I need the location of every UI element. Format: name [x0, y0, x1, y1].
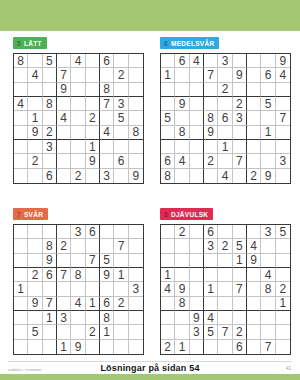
sudoku-cell	[14, 254, 28, 268]
sudoku-cell: 6	[204, 225, 218, 239]
sudoku-cell	[14, 83, 28, 97]
sudoku-cell	[276, 169, 290, 183]
sudoku-cell: 8	[161, 169, 175, 183]
magazine-page: 5 LÄTT 854647298487314259248312966239 6 …	[0, 0, 300, 380]
sudoku-cell: 6	[43, 268, 57, 282]
sudoku-cell	[114, 140, 128, 154]
sudoku-cell	[218, 68, 232, 82]
sudoku-cell	[86, 54, 100, 68]
sudoku-cell	[247, 83, 261, 97]
sudoku-cell: 4	[218, 169, 232, 183]
sudoku-cell	[175, 268, 189, 282]
sudoku-cell	[218, 282, 232, 296]
sudoku-cell: 9	[276, 54, 290, 68]
sudoku-cell: 2	[86, 111, 100, 125]
sudoku-cell	[247, 154, 261, 168]
sudoku-cell	[114, 54, 128, 68]
sudoku-cell	[28, 97, 42, 111]
sudoku-cell	[190, 154, 204, 168]
sudoku-cell	[161, 225, 175, 239]
sudoku-cell	[114, 169, 128, 183]
sudoku-cell: 3	[114, 97, 128, 111]
sudoku-cell: 5	[161, 111, 175, 125]
sudoku-cell: 4	[190, 54, 204, 68]
sudoku-cell	[71, 68, 85, 82]
sudoku-cell	[71, 325, 85, 339]
sudoku-cell	[71, 140, 85, 154]
sudoku-cell	[57, 325, 71, 339]
sudoku-cell	[14, 126, 28, 140]
sudoku-cell	[57, 282, 71, 296]
sudoku-cell	[276, 97, 290, 111]
sudoku-cell	[204, 297, 218, 311]
sudoku-cell	[261, 297, 275, 311]
sudoku-cell	[71, 97, 85, 111]
puzzle-latt: 5 LÄTT 854647298487314259248312966239	[13, 37, 144, 184]
sudoku-cell: 8	[175, 297, 189, 311]
sudoku-cell: 8	[100, 311, 114, 325]
sudoku-cell	[57, 225, 71, 239]
sudoku-cell	[114, 325, 128, 339]
sudoku-cell: 3	[261, 225, 275, 239]
sudoku-cell	[175, 169, 189, 183]
sudoku-cell: 2	[71, 169, 85, 183]
sudoku-cell: 2	[218, 83, 232, 97]
sudoku-cell	[247, 140, 261, 154]
sudoku-cell: 1	[28, 111, 42, 125]
sudoku-cell: 7	[261, 340, 275, 354]
sudoku-cell	[86, 169, 100, 183]
sudoku-cell: 9	[57, 83, 71, 97]
sudoku-cell	[71, 83, 85, 97]
badge-label: SVÅR	[24, 211, 43, 218]
sudoku-cell	[71, 126, 85, 140]
sudoku-cell: 5	[28, 325, 42, 339]
sudoku-cell	[100, 225, 114, 239]
sudoku-cell	[204, 169, 218, 183]
sudoku-cell	[100, 282, 114, 296]
sudoku-cell: 9	[175, 282, 189, 296]
sudoku-cell: 8	[14, 54, 28, 68]
sudoku-cell	[57, 54, 71, 68]
sudoku-cell: 4	[71, 297, 85, 311]
sudoku-cell	[129, 311, 143, 325]
sudoku-cell	[218, 340, 232, 354]
sudoku-cell	[114, 254, 128, 268]
sudoku-cell	[86, 268, 100, 282]
sudoku-cell: 9	[43, 254, 57, 268]
sudoku-cell	[71, 111, 85, 125]
sudoku-cell: 1	[43, 311, 57, 325]
sudoku-cell	[114, 282, 128, 296]
sudoku-cell	[247, 268, 261, 282]
sudoku-cell: 5	[276, 225, 290, 239]
sudoku-cell	[175, 239, 189, 253]
sudoku-cell: 7	[114, 239, 128, 253]
sudoku-cell: 4	[57, 111, 71, 125]
sudoku-cell: 9	[175, 97, 189, 111]
sudoku-cell	[261, 325, 275, 339]
sudoku-cell	[175, 83, 189, 97]
sudoku-cell: 1	[86, 297, 100, 311]
sudoku-cell	[190, 254, 204, 268]
sudoku-cell	[28, 54, 42, 68]
sudoku-cell: 2	[175, 225, 189, 239]
sudoku-cell: 2	[233, 325, 247, 339]
badge-label: DJÄVULSK	[171, 211, 208, 218]
sudoku-cell	[261, 54, 275, 68]
sudoku-cell: 5	[100, 254, 114, 268]
sudoku-cell: 3	[190, 325, 204, 339]
sudoku-cell	[28, 254, 42, 268]
sudoku-cell	[233, 83, 247, 97]
sudoku-cell	[28, 83, 42, 97]
sudoku-cell	[129, 68, 143, 82]
sudoku-cell	[161, 311, 175, 325]
sudoku-cell	[14, 169, 28, 183]
sudoku-board-latt: 854647298487314259248312966239	[13, 53, 144, 184]
sudoku-cell	[43, 225, 57, 239]
sudoku-cell: 8	[43, 239, 57, 253]
sudoku-cell: 1	[100, 325, 114, 339]
sudoku-cell: 8	[129, 126, 143, 140]
sudoku-cell	[190, 111, 204, 125]
sudoku-cell	[261, 239, 275, 253]
sudoku-cell	[43, 154, 57, 168]
sudoku-cell: 9	[233, 68, 247, 82]
sudoku-cell	[190, 282, 204, 296]
sudoku-cell: 4	[14, 97, 28, 111]
sudoku-cell	[129, 268, 143, 282]
sudoku-cell: 6	[233, 340, 247, 354]
badge-number: 6	[164, 40, 168, 47]
sudoku-cell	[218, 126, 232, 140]
sudoku-cell: 5	[261, 97, 275, 111]
sudoku-cell: 2	[218, 239, 232, 253]
sudoku-cell	[129, 111, 143, 125]
solutions-note: Lösningar på sidan 54	[0, 363, 300, 373]
difficulty-badge-medelsvar: 6 MEDELSVÅR	[160, 37, 219, 49]
sudoku-cell	[100, 111, 114, 125]
sudoku-cell: 2	[86, 325, 100, 339]
sudoku-cell	[175, 140, 189, 154]
sudoku-cell	[129, 239, 143, 253]
sudoku-cell	[86, 126, 100, 140]
badge-label: LÄTT	[24, 40, 42, 47]
sudoku-cell: 4	[100, 126, 114, 140]
sudoku-cell	[204, 254, 218, 268]
sudoku-cell	[190, 340, 204, 354]
sudoku-cell	[86, 68, 100, 82]
sudoku-cell: 1	[218, 140, 232, 154]
sudoku-cell: 4	[204, 311, 218, 325]
sudoku-cell: 2	[43, 126, 57, 140]
sudoku-cell	[190, 140, 204, 154]
sudoku-cell: 4	[161, 282, 175, 296]
sudoku-cell	[190, 297, 204, 311]
sudoku-cell	[161, 83, 175, 97]
sudoku-cell	[261, 154, 275, 168]
sudoku-cell	[86, 311, 100, 325]
sudoku-cell	[71, 254, 85, 268]
sudoku-cell	[28, 311, 42, 325]
sudoku-cell: 4	[28, 68, 42, 82]
sudoku-cell: 6	[261, 68, 275, 82]
sudoku-cell: 8	[100, 83, 114, 97]
sudoku-cell	[14, 297, 28, 311]
sudoku-cell	[161, 126, 175, 140]
sudoku-cell: 2	[28, 154, 42, 168]
badge-number: 7	[17, 211, 21, 218]
sudoku-cell: 1	[161, 68, 175, 82]
sudoku-cell	[233, 311, 247, 325]
sudoku-cell	[14, 111, 28, 125]
sudoku-cell	[276, 126, 290, 140]
sudoku-cell: 4	[71, 54, 85, 68]
sudoku-cell: 8	[43, 97, 57, 111]
sudoku-cell: 9	[28, 126, 42, 140]
sudoku-cell	[14, 268, 28, 282]
sudoku-cell: 1	[57, 340, 71, 354]
sudoku-cell	[218, 297, 232, 311]
sudoku-cell	[247, 68, 261, 82]
sudoku-cell	[28, 282, 42, 296]
sudoku-cell	[129, 340, 143, 354]
sudoku-cell: 3	[57, 311, 71, 325]
sudoku-cell	[57, 140, 71, 154]
sudoku-cell	[86, 340, 100, 354]
sudoku-cell	[276, 325, 290, 339]
sudoku-cell	[218, 254, 232, 268]
sudoku-cell	[190, 97, 204, 111]
sudoku-cell: 1	[204, 282, 218, 296]
sudoku-cell	[161, 254, 175, 268]
sudoku-cell	[100, 239, 114, 253]
sudoku-cell: 7	[100, 97, 114, 111]
sudoku-cell	[57, 297, 71, 311]
sudoku-cell	[86, 97, 100, 111]
sudoku-cell	[129, 54, 143, 68]
sudoku-cell	[14, 340, 28, 354]
difficulty-badge-svar: 7 SVÅR	[13, 208, 48, 220]
sudoku-cell	[114, 126, 128, 140]
sudoku-cell	[233, 297, 247, 311]
sudoku-cell	[276, 83, 290, 97]
sudoku-cell: 7	[204, 68, 218, 82]
sudoku-cell	[129, 140, 143, 154]
sudoku-cell: 7	[276, 111, 290, 125]
sudoku-cell	[247, 340, 261, 354]
sudoku-cell	[233, 140, 247, 154]
sudoku-cell: 5	[43, 54, 57, 68]
sudoku-cell	[276, 311, 290, 325]
sudoku-cell	[28, 340, 42, 354]
sudoku-cell: 8	[261, 282, 275, 296]
sudoku-cell	[175, 254, 189, 268]
sudoku-cell	[276, 239, 290, 253]
sudoku-cell	[204, 340, 218, 354]
sudoku-cell	[14, 154, 28, 168]
sudoku-cell	[204, 268, 218, 282]
sudoku-cell	[190, 68, 204, 82]
sudoku-cell	[129, 225, 143, 239]
sudoku-cell	[71, 282, 85, 296]
sudoku-cell	[218, 154, 232, 168]
sudoku-cell	[43, 325, 57, 339]
sudoku-cell: 8	[71, 268, 85, 282]
puzzle-svar: 7 SVÅR 368279752678911397416213852119	[13, 208, 144, 355]
sudoku-cell: 1	[161, 268, 175, 282]
sudoku-cell	[71, 239, 85, 253]
sudoku-cell	[233, 126, 247, 140]
sudoku-cell	[233, 54, 247, 68]
sudoku-cell	[71, 154, 85, 168]
sudoku-cell: 2	[161, 340, 175, 354]
footer-divider	[8, 361, 292, 362]
sudoku-cell	[57, 254, 71, 268]
sudoku-cell: 3	[204, 239, 218, 253]
sudoku-cell	[57, 154, 71, 168]
sudoku-cell: 9	[129, 169, 143, 183]
sudoku-cell: 3	[129, 282, 143, 296]
sudoku-cell: 1	[14, 282, 28, 296]
sudoku-cell: 1	[86, 140, 100, 154]
sudoku-cell	[14, 311, 28, 325]
sudoku-cell: 9	[247, 254, 261, 268]
sudoku-cell	[190, 83, 204, 97]
sudoku-cell	[14, 140, 28, 154]
sudoku-cell: 9	[261, 169, 275, 183]
sudoku-cell	[114, 83, 128, 97]
sudoku-cell: 7	[57, 68, 71, 82]
sudoku-cell	[28, 169, 42, 183]
sudoku-cell	[161, 54, 175, 68]
sudoku-board-djavulsk: 263532541914491782819435722167	[160, 224, 291, 355]
sudoku-cell: 2	[204, 154, 218, 168]
sudoku-cell	[276, 268, 290, 282]
sudoku-cell	[190, 126, 204, 140]
sudoku-cell	[247, 126, 261, 140]
sudoku-cell: 8	[204, 111, 218, 125]
sudoku-cell	[204, 140, 218, 154]
sudoku-cell	[190, 268, 204, 282]
sudoku-cell	[261, 254, 275, 268]
sudoku-cell: 6	[114, 154, 128, 168]
sudoku-cell	[175, 68, 189, 82]
sudoku-cell	[100, 68, 114, 82]
sudoku-cell	[175, 325, 189, 339]
badge-number: 8	[164, 211, 168, 218]
badge-number: 5	[17, 40, 21, 47]
sudoku-cell: 2	[233, 97, 247, 111]
sudoku-cell	[247, 54, 261, 68]
sudoku-cell: 9	[100, 268, 114, 282]
sudoku-board-medelsvar: 6439179642925586378911642738429	[160, 53, 291, 184]
sudoku-cell: 1	[175, 340, 189, 354]
sudoku-cell	[190, 225, 204, 239]
sudoku-cell: 1	[233, 254, 247, 268]
sudoku-cell: 7	[233, 282, 247, 296]
sudoku-cell	[276, 140, 290, 154]
sudoku-cell	[57, 169, 71, 183]
sudoku-cell: 9	[86, 154, 100, 168]
sudoku-cell: 7	[218, 325, 232, 339]
sudoku-cell	[129, 297, 143, 311]
sudoku-cell	[204, 54, 218, 68]
sudoku-cell: 5	[114, 111, 128, 125]
sudoku-cell	[204, 97, 218, 111]
sudoku-cell: 6	[86, 225, 100, 239]
sudoku-cell: 5	[233, 239, 247, 253]
sudoku-cell	[175, 111, 189, 125]
sudoku-cell	[261, 140, 275, 154]
sudoku-cell	[28, 239, 42, 253]
sudoku-cell	[276, 254, 290, 268]
sudoku-cell	[247, 111, 261, 125]
sudoku-cell	[161, 140, 175, 154]
sudoku-cell	[247, 225, 261, 239]
sudoku-cell	[161, 297, 175, 311]
sudoku-cell	[218, 311, 232, 325]
difficulty-badge-djavulsk: 8 DJÄVULSK	[160, 208, 213, 220]
sudoku-cell: 7	[43, 297, 57, 311]
sudoku-cell: 4	[175, 154, 189, 168]
sudoku-cell: 3	[71, 225, 85, 239]
sudoku-cell	[43, 83, 57, 97]
sudoku-cell	[247, 325, 261, 339]
sudoku-cell	[218, 97, 232, 111]
sudoku-cell: 6	[175, 54, 189, 68]
sudoku-cell: 2	[114, 68, 128, 82]
sudoku-cell	[218, 268, 232, 282]
bottom-green-banner	[0, 374, 300, 380]
sudoku-cell	[247, 97, 261, 111]
sudoku-cell	[247, 311, 261, 325]
sudoku-cell	[261, 311, 275, 325]
sudoku-cell: 9	[204, 126, 218, 140]
page-number: 41	[286, 366, 291, 371]
badge-label: MEDELSVÅR	[171, 40, 215, 47]
puzzle-medelsvar: 6 MEDELSVÅR 6439179642925586378911642738…	[160, 37, 291, 184]
sudoku-cell: 6	[100, 297, 114, 311]
sudoku-cell: 7	[57, 268, 71, 282]
sudoku-cell	[14, 68, 28, 82]
sudoku-cell: 6	[43, 169, 57, 183]
top-green-banner	[0, 0, 300, 31]
sudoku-cell: 7	[86, 254, 100, 268]
sudoku-cell	[71, 311, 85, 325]
sudoku-cell	[86, 83, 100, 97]
sudoku-cell: 2	[114, 297, 128, 311]
sudoku-cell: 3	[218, 54, 232, 68]
sudoku-cell	[14, 239, 28, 253]
sudoku-cell	[247, 297, 261, 311]
sudoku-cell: 3	[276, 154, 290, 168]
sudoku-cell	[100, 340, 114, 354]
sudoku-cell	[190, 239, 204, 253]
sudoku-cell: 2	[247, 169, 261, 183]
sudoku-cell	[247, 282, 261, 296]
sudoku-cell	[14, 225, 28, 239]
sudoku-cell	[43, 111, 57, 125]
sudoku-cell	[114, 311, 128, 325]
sudoku-cell	[43, 68, 57, 82]
sudoku-cell: 6	[161, 154, 175, 168]
sudoku-cell: 6	[100, 54, 114, 68]
sudoku-cell: 9	[28, 297, 42, 311]
sudoku-cell	[276, 340, 290, 354]
sudoku-cell	[86, 239, 100, 253]
